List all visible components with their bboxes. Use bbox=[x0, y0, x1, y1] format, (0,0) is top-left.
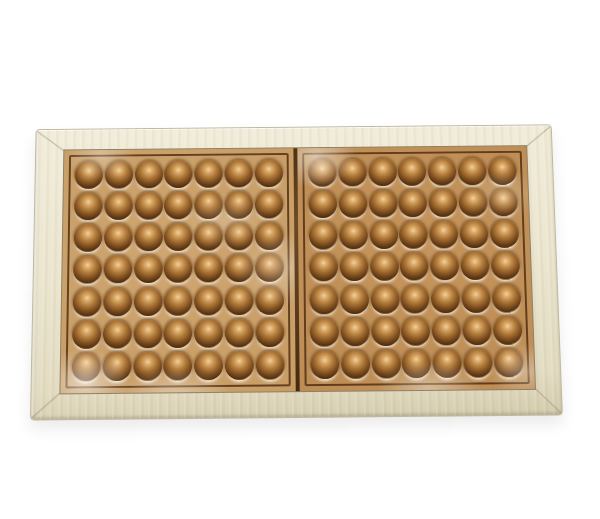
pit-L7-7[interactable] bbox=[256, 351, 285, 380]
pit-R4-1[interactable] bbox=[309, 254, 338, 282]
pit-R6-5[interactable] bbox=[432, 317, 461, 346]
pit-R4-7[interactable] bbox=[491, 252, 520, 280]
pit-R7-1[interactable] bbox=[310, 350, 339, 379]
pit-L5-2[interactable] bbox=[103, 288, 132, 316]
pit-L2-7[interactable] bbox=[255, 191, 284, 219]
pit-R4-3[interactable] bbox=[370, 253, 399, 281]
pit-L5-4[interactable] bbox=[164, 287, 193, 315]
pit-R7-6[interactable] bbox=[463, 349, 493, 378]
game-board bbox=[30, 124, 563, 420]
pit-L4-2[interactable] bbox=[103, 256, 132, 284]
pit-L1-4[interactable] bbox=[165, 161, 193, 189]
pit-R1-4[interactable] bbox=[398, 158, 427, 186]
pit-L6-5[interactable] bbox=[194, 319, 223, 348]
pit-L1-3[interactable] bbox=[135, 161, 163, 189]
pit-L3-2[interactable] bbox=[104, 224, 133, 252]
pit-R4-6[interactable] bbox=[461, 252, 490, 280]
pit-L4-6[interactable] bbox=[225, 255, 254, 283]
pit-R6-1[interactable] bbox=[310, 318, 339, 347]
pit-L3-1[interactable] bbox=[73, 224, 102, 252]
pit-R2-3[interactable] bbox=[369, 190, 398, 218]
pit-L6-4[interactable] bbox=[164, 319, 193, 348]
pit-R7-4[interactable] bbox=[402, 349, 431, 378]
pit-R2-7[interactable] bbox=[489, 189, 518, 217]
pit-L7-1[interactable] bbox=[71, 353, 100, 382]
pit-L1-5[interactable] bbox=[195, 160, 223, 188]
pit-R4-5[interactable] bbox=[430, 253, 459, 281]
pit-R3-6[interactable] bbox=[460, 221, 489, 249]
pit-R6-7[interactable] bbox=[493, 316, 523, 345]
pit-L5-1[interactable] bbox=[72, 288, 101, 316]
pit-L4-4[interactable] bbox=[164, 255, 193, 283]
pit-L2-6[interactable] bbox=[225, 191, 253, 219]
frame-miter-joint bbox=[534, 387, 562, 413]
pit-R6-6[interactable] bbox=[462, 316, 492, 345]
frame-miter-joint bbox=[525, 126, 550, 147]
pit-R2-5[interactable] bbox=[429, 189, 458, 217]
pit-L6-6[interactable] bbox=[225, 319, 254, 348]
pit-grid-left bbox=[71, 158, 286, 384]
frame-miter-joint bbox=[31, 392, 61, 419]
pit-L3-7[interactable] bbox=[255, 222, 284, 250]
pit-R7-7[interactable] bbox=[494, 349, 524, 378]
pit-L5-6[interactable] bbox=[225, 286, 254, 314]
pit-L6-7[interactable] bbox=[256, 318, 285, 347]
pit-grid-right bbox=[307, 156, 525, 382]
pit-R1-2[interactable] bbox=[338, 159, 367, 187]
pit-L6-3[interactable] bbox=[133, 320, 162, 349]
pit-L2-2[interactable] bbox=[104, 192, 133, 220]
pit-R3-1[interactable] bbox=[309, 222, 338, 250]
frame-miter-joint bbox=[37, 131, 65, 152]
pit-L3-5[interactable] bbox=[195, 223, 223, 251]
etched-border-left bbox=[65, 153, 290, 388]
pit-L4-1[interactable] bbox=[73, 256, 102, 284]
pit-L3-3[interactable] bbox=[134, 224, 163, 252]
board-frame bbox=[30, 124, 563, 420]
pit-L5-7[interactable] bbox=[255, 286, 284, 314]
pit-R5-4[interactable] bbox=[401, 285, 430, 313]
board-half-right bbox=[297, 146, 535, 391]
pit-R1-6[interactable] bbox=[458, 158, 487, 186]
pit-L7-4[interactable] bbox=[164, 352, 193, 381]
board-panel bbox=[60, 146, 535, 393]
pit-L3-6[interactable] bbox=[225, 223, 254, 251]
pit-R5-7[interactable] bbox=[492, 284, 522, 312]
pit-R3-5[interactable] bbox=[429, 221, 458, 249]
pit-L7-2[interactable] bbox=[102, 352, 131, 381]
pit-R1-5[interactable] bbox=[428, 158, 457, 186]
pit-L7-3[interactable] bbox=[133, 352, 162, 381]
board-half-left bbox=[60, 148, 295, 393]
pit-L1-1[interactable] bbox=[74, 161, 103, 189]
pit-L2-5[interactable] bbox=[195, 192, 223, 220]
pit-R1-3[interactable] bbox=[368, 159, 397, 187]
pit-R3-3[interactable] bbox=[369, 221, 398, 249]
pit-R3-2[interactable] bbox=[339, 222, 368, 250]
pit-R2-6[interactable] bbox=[459, 189, 488, 217]
pit-R1-1[interactable] bbox=[308, 159, 337, 187]
pit-L2-4[interactable] bbox=[164, 192, 192, 220]
pit-R5-1[interactable] bbox=[309, 286, 338, 314]
pit-R1-7[interactable] bbox=[488, 158, 517, 186]
pit-R5-2[interactable] bbox=[340, 285, 369, 313]
pit-L2-3[interactable] bbox=[134, 192, 163, 220]
pit-L7-6[interactable] bbox=[225, 351, 254, 380]
pit-R6-3[interactable] bbox=[371, 317, 400, 346]
pit-R7-5[interactable] bbox=[433, 349, 463, 378]
pit-L6-1[interactable] bbox=[72, 320, 101, 349]
product-photo bbox=[0, 0, 600, 519]
pit-R6-2[interactable] bbox=[340, 318, 369, 347]
pit-R5-6[interactable] bbox=[461, 284, 490, 312]
pit-R4-4[interactable] bbox=[400, 253, 429, 281]
pit-R5-5[interactable] bbox=[431, 285, 460, 313]
pit-R2-1[interactable] bbox=[308, 190, 337, 218]
pit-L4-7[interactable] bbox=[255, 254, 284, 282]
pit-L7-5[interactable] bbox=[194, 351, 223, 380]
pit-R2-4[interactable] bbox=[399, 190, 428, 218]
pit-L5-3[interactable] bbox=[133, 287, 162, 315]
pit-L6-2[interactable] bbox=[103, 320, 132, 349]
pit-L5-5[interactable] bbox=[194, 287, 223, 315]
pit-L4-5[interactable] bbox=[195, 255, 224, 283]
pit-R6-4[interactable] bbox=[401, 317, 430, 346]
pit-R5-3[interactable] bbox=[370, 285, 399, 313]
pit-R7-3[interactable] bbox=[371, 350, 400, 379]
pit-R2-2[interactable] bbox=[338, 190, 367, 218]
pit-R3-4[interactable] bbox=[399, 221, 428, 249]
pit-R7-2[interactable] bbox=[341, 350, 370, 379]
pit-L1-6[interactable] bbox=[225, 160, 253, 188]
pit-L1-2[interactable] bbox=[104, 161, 133, 189]
pit-R4-2[interactable] bbox=[339, 253, 368, 281]
pit-L2-1[interactable] bbox=[74, 193, 103, 221]
etched-border-right bbox=[302, 151, 530, 386]
pit-L1-7[interactable] bbox=[255, 160, 283, 188]
pit-R3-7[interactable] bbox=[490, 220, 519, 248]
pit-L4-3[interactable] bbox=[134, 255, 163, 283]
pit-L3-4[interactable] bbox=[164, 223, 193, 251]
